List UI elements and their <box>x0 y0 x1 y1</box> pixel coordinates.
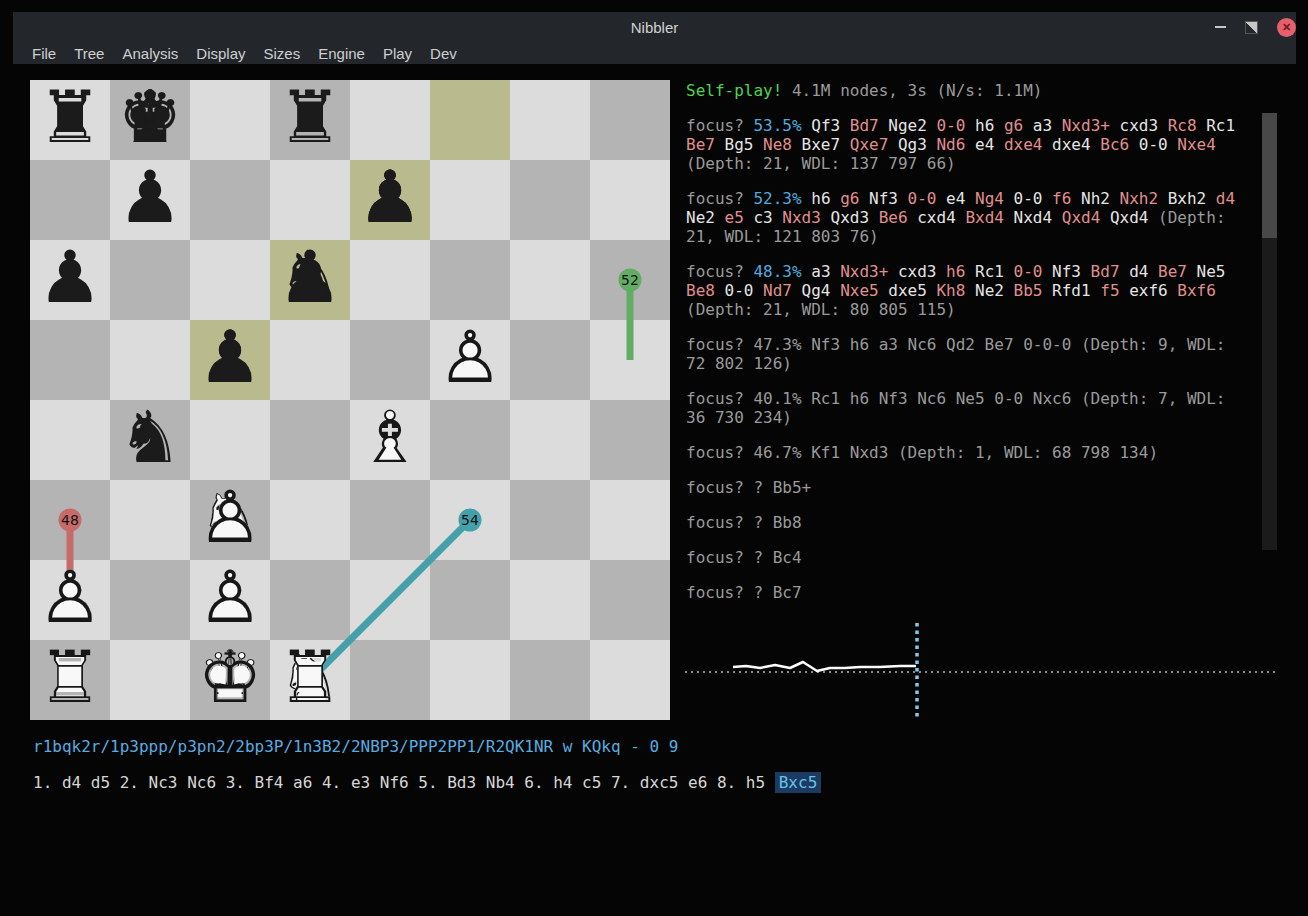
pv-line-2[interactable]: focus? 52.3% h6 g6 Nf3 0-0 e4 Ng4 0-0 f6… <box>686 189 1252 246</box>
black-pawn-c5[interactable]: ♟ <box>190 320 270 400</box>
window-controls: ✕ <box>1215 12 1296 42</box>
menu-analysis[interactable]: Analysis <box>113 45 187 62</box>
nibbler-window: { "game": "chess", "window": { "title": … <box>0 0 1308 916</box>
menu-file[interactable]: File <box>23 45 65 62</box>
fen-text: r1bqk2r/1p3ppp/p3pn2/2bp3P/1n3B2/2NBP3/P… <box>33 737 678 756</box>
white-bishop-e4[interactable]: ♝♗ <box>350 400 430 480</box>
scrollbar-thumb[interactable] <box>1262 113 1277 238</box>
black-pawn-b7[interactable]: ♟ <box>110 160 190 240</box>
menu-display[interactable]: Display <box>187 45 254 62</box>
pv-line-4[interactable]: focus? 47.3% Nf3 h6 a3 Nc6 Qd2 Be7 0-0-0… <box>686 335 1252 373</box>
analysis-panel[interactable]: Self-play! 4.1M nodes, 3s (N/s: 1.1M)foc… <box>686 81 1252 618</box>
current-move[interactable]: Bxc5 <box>775 772 822 793</box>
menu-sizes[interactable]: Sizes <box>255 45 310 62</box>
black-king-b8[interactable]: ♚ <box>110 80 190 160</box>
pv-line-8[interactable]: focus? ? Bb8 <box>686 513 1252 532</box>
pv-line-3[interactable]: focus? 48.3% a3 Nxd3+ cxd3 h6 Rc1 0-0 Nf… <box>686 262 1252 319</box>
pv-line-9[interactable]: focus? ? Bc4 <box>686 548 1252 567</box>
white-pawn-f5[interactable]: ♟♙ <box>430 320 510 400</box>
eval-graph[interactable] <box>680 610 1285 725</box>
title-bar: Nibbler <box>13 12 1296 42</box>
menu-tree[interactable]: Tree <box>65 45 113 62</box>
black-pawn-e7[interactable]: ♟ <box>350 160 430 240</box>
pv-line-6[interactable]: focus? 46.7% Kf1 Nxd3 (Depth: 1, WDL: 68… <box>686 443 1252 462</box>
menu-play[interactable]: Play <box>374 45 421 62</box>
white-rook-d1[interactable]: ♜♖ <box>270 640 350 720</box>
white-rook-a1[interactable]: ♜♖ <box>30 640 110 720</box>
white-pawn-c3[interactable]: ♟♙ <box>190 480 270 560</box>
menu-dev[interactable]: Dev <box>421 45 466 62</box>
black-rook-a8[interactable]: ♜ <box>30 80 110 160</box>
minimize-icon[interactable] <box>1215 26 1226 28</box>
white-pawn-a2[interactable]: ♟♙ <box>30 560 110 640</box>
move-list[interactable]: 1. d4 d5 2. Nc3 Nc6 3. Bf4 a6 4. e3 Nf6 … <box>33 773 821 792</box>
window-title: Nibbler <box>631 19 679 36</box>
white-pawn-c2[interactable]: ♟♙ <box>190 560 270 640</box>
black-knight-b4[interactable]: ♞ <box>110 400 190 480</box>
eval-line <box>733 662 916 671</box>
close-icon[interactable]: ✕ <box>1277 18 1296 37</box>
move-list-moves[interactable]: 1. d4 d5 2. Nc3 Nc6 3. Bf4 a6 4. e3 Nf6 … <box>33 773 775 792</box>
black-pawn-a6[interactable]: ♟ <box>30 240 110 320</box>
black-knight-d6[interactable]: ♞ <box>270 240 350 320</box>
white-king-c1[interactable]: ♚♔ <box>190 640 270 720</box>
pv-line-1[interactable]: focus? 53.5% Qf3 Bd7 Nge2 0-0 h6 g6 a3 N… <box>686 116 1252 173</box>
engine-status-line: Self-play! 4.1M nodes, 3s (N/s: 1.1M) <box>686 81 1252 100</box>
chess-board[interactable]: 485254 ♜♝♛♚♜♟♟♟♟♟♟♞♝♟♟♙♞♝♗♞♘♝♗♟♙♟♙♟♙♟♙♟♙… <box>30 80 670 720</box>
pv-line-10[interactable]: focus? ? Bc7 <box>686 583 1252 602</box>
menu-engine[interactable]: Engine <box>309 45 374 62</box>
pv-line-7[interactable]: focus? ? Bb5+ <box>686 478 1252 497</box>
restore-icon[interactable] <box>1246 22 1257 33</box>
board-pieces[interactable]: ♜♝♛♚♜♟♟♟♟♟♟♞♝♟♟♙♞♝♗♞♘♝♗♟♙♟♙♟♙♟♙♟♙♟♙♜♖♛♕♚… <box>30 80 670 720</box>
menu-bar: FileTreeAnalysisDisplaySizesEnginePlayDe… <box>13 42 1296 64</box>
scrollbar-track[interactable] <box>1262 113 1277 550</box>
black-rook-d8[interactable]: ♜ <box>270 80 350 160</box>
pv-line-5[interactable]: focus? 40.1% Rc1 h6 Nf3 Nc6 Ne5 0-0 Nxc6… <box>686 389 1252 427</box>
